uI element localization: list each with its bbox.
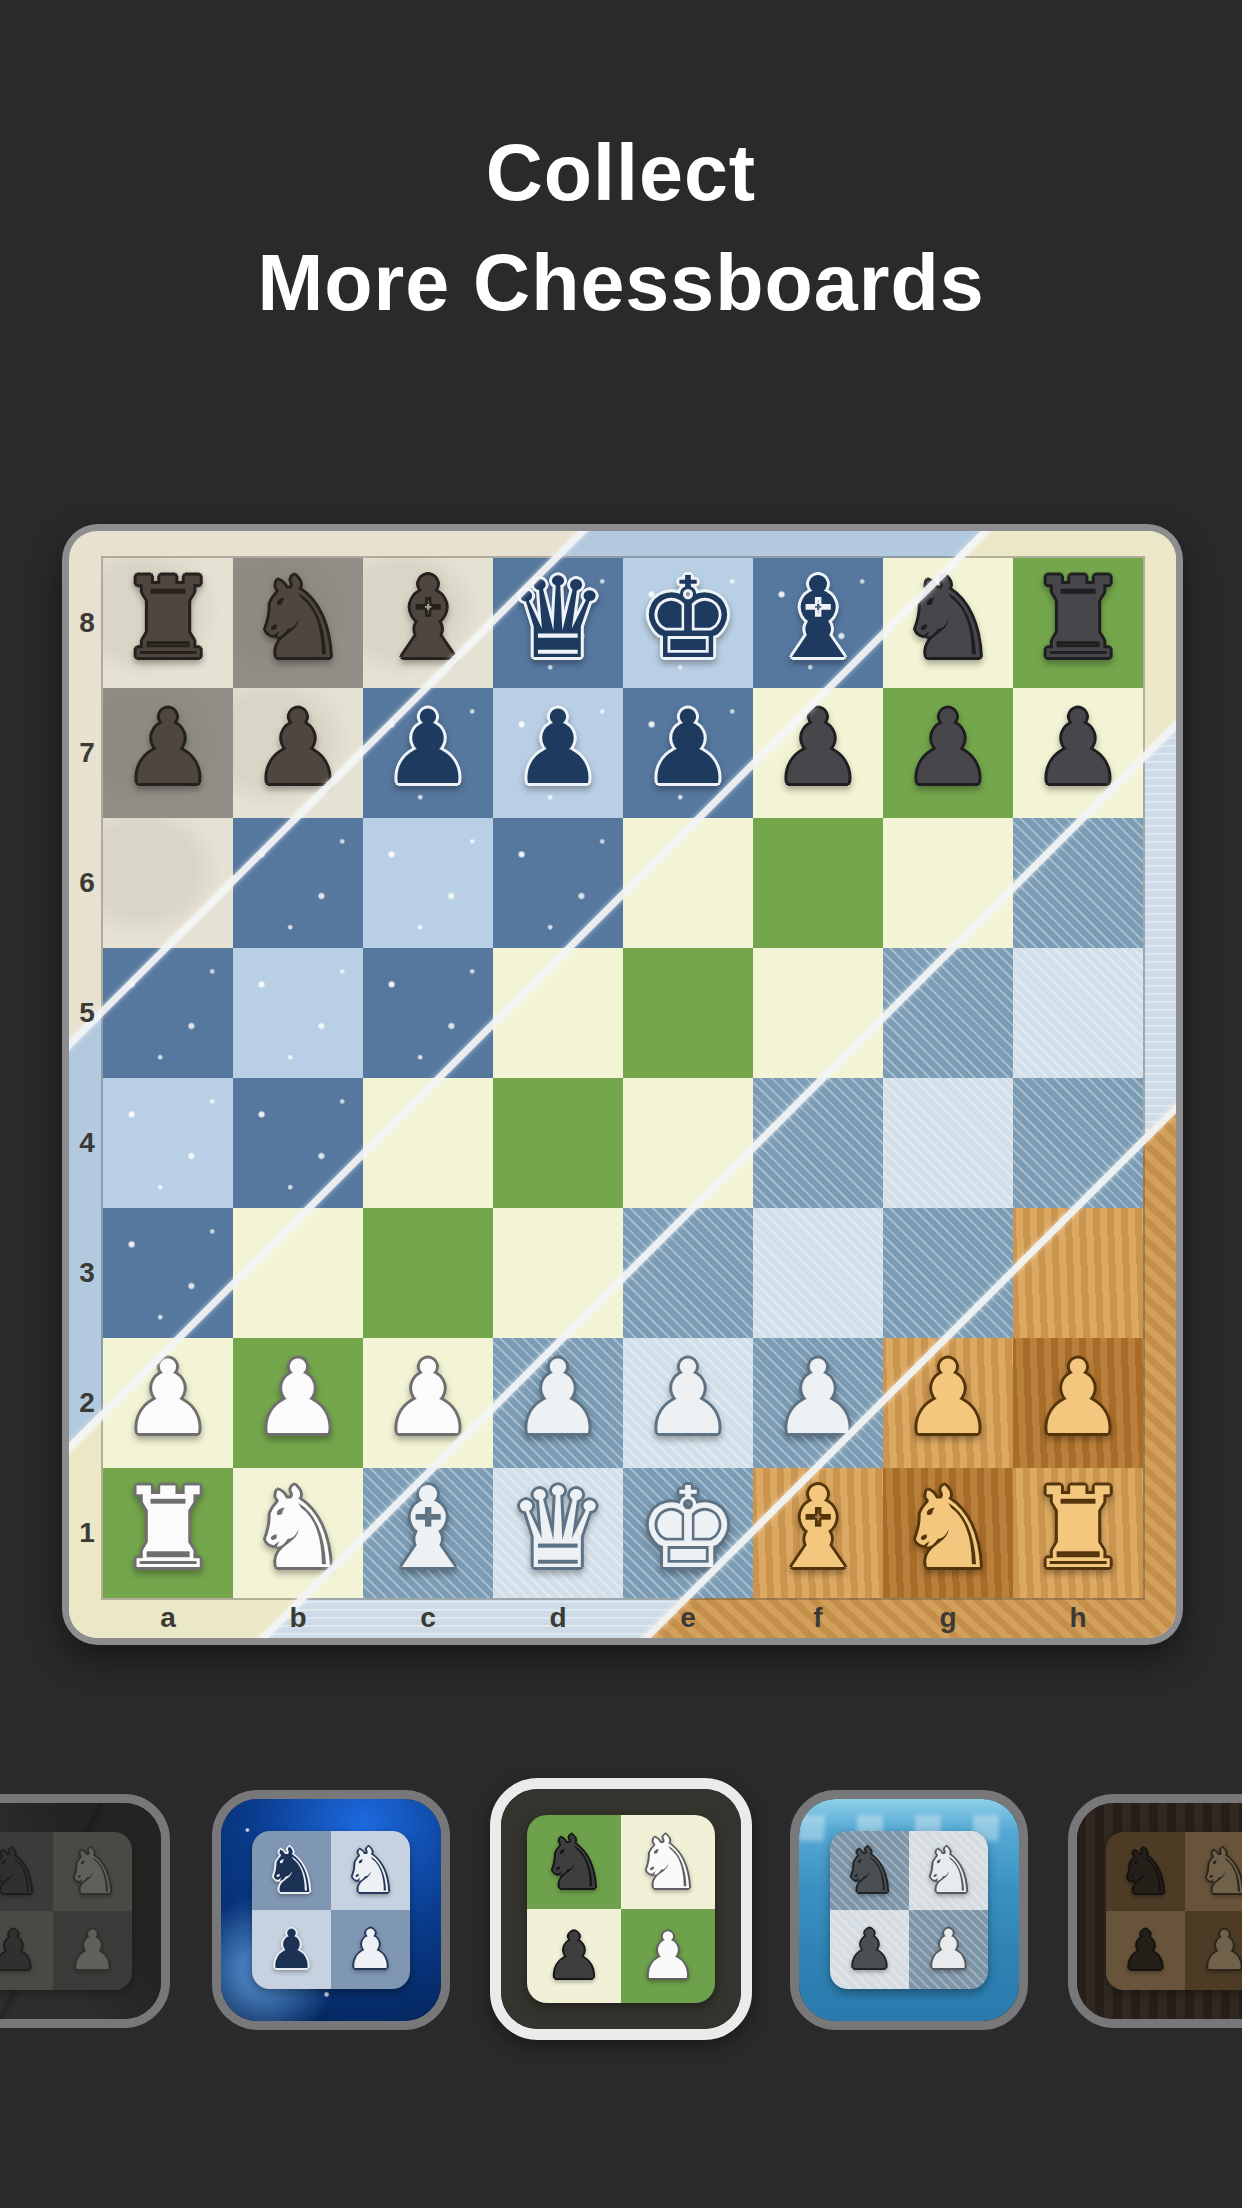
- mini-square-dark: ♞: [1106, 1832, 1185, 1911]
- square-g3: [883, 1208, 1013, 1338]
- square-h3: [1013, 1208, 1143, 1338]
- square-a8: ♜: [103, 558, 233, 688]
- mini-square-dark: ♟: [909, 1910, 988, 1989]
- square-e5: [623, 948, 753, 1078]
- mini-piece-black-pawn: ♟: [545, 1909, 602, 2003]
- square-h4: [1013, 1078, 1143, 1208]
- mini-piece-black-knight: ♞: [541, 1815, 607, 1909]
- mini-board-green: ♞♞♟♟: [527, 1815, 715, 2003]
- mini-square-light: ♞: [331, 1831, 410, 1910]
- square-a3: [103, 1208, 233, 1338]
- piece-black-pawn: ♟: [122, 683, 213, 813]
- square-d4: [493, 1078, 623, 1208]
- square-f4: [753, 1078, 883, 1208]
- mini-piece-black-knight: ♞: [842, 1831, 898, 1910]
- piece-white-pawn: ♟: [1032, 1333, 1123, 1463]
- mini-piece-black-pawn: ♟: [1121, 1911, 1169, 1990]
- theme-thumbnail-stone[interactable]: ♞♞♟♟: [0, 1794, 170, 2028]
- square-g2: ♟: [883, 1338, 1013, 1468]
- square-h7: ♟: [1013, 688, 1143, 818]
- piece-black-pawn: ♟: [382, 683, 473, 813]
- square-h5: [1013, 948, 1143, 1078]
- mini-piece-white-knight: ♞: [921, 1831, 977, 1910]
- mini-square-dark: ♞: [830, 1831, 909, 1910]
- square-c1: ♝: [363, 1468, 493, 1598]
- mini-square-dark: ♟: [53, 1911, 132, 1990]
- mini-square-dark: ♞: [527, 1815, 621, 1909]
- mini-square-light: ♞: [909, 1831, 988, 1910]
- file-label-b: b: [233, 1600, 363, 1636]
- mini-square-dark: ♟: [1185, 1911, 1242, 1990]
- rank-label-3: 3: [73, 1208, 101, 1338]
- chessboard: ♜♞♝♛♚♝♞♜♟♟♟♟♟♟♟♟♟♟♟♟♟♟♟♟♜♞♝♛♚♝♞♜ 8765432…: [69, 531, 1176, 1638]
- square-c8: ♝: [363, 558, 493, 688]
- mini-piece-white-pawn: ♟: [1200, 1911, 1242, 1990]
- page-title-line2: More Chessboards: [0, 228, 1242, 338]
- square-g6: [883, 818, 1013, 948]
- square-d2: ♟: [493, 1338, 623, 1468]
- piece-white-pawn: ♟: [772, 1333, 863, 1463]
- file-label-c: c: [363, 1600, 493, 1636]
- square-h8: ♜: [1013, 558, 1143, 688]
- square-g7: ♟: [883, 688, 1013, 818]
- square-a2: ♟: [103, 1338, 233, 1468]
- square-f1: ♝: [753, 1468, 883, 1598]
- mini-piece-white-knight: ♞: [1197, 1832, 1242, 1911]
- mini-piece-white-pawn: ♟: [68, 1911, 116, 1990]
- file-label-f: f: [753, 1600, 883, 1636]
- square-f3: [753, 1208, 883, 1338]
- mini-piece-white-knight: ♞: [635, 1815, 701, 1909]
- mini-square-light: ♟: [527, 1909, 621, 2003]
- mini-piece-white-pawn: ♟: [924, 1910, 972, 1989]
- file-label-h: h: [1013, 1600, 1143, 1636]
- rank-label-5: 5: [73, 948, 101, 1078]
- piece-white-pawn: ♟: [642, 1333, 733, 1463]
- piece-black-pawn: ♟: [902, 683, 993, 813]
- square-f2: ♟: [753, 1338, 883, 1468]
- square-d5: [493, 948, 623, 1078]
- piece-black-rook: ♜: [1028, 553, 1128, 683]
- square-e1: ♚: [623, 1468, 753, 1598]
- square-h6: [1013, 818, 1143, 948]
- square-b7: ♟: [233, 688, 363, 818]
- square-c2: ♟: [363, 1338, 493, 1468]
- square-e2: ♟: [623, 1338, 753, 1468]
- mini-piece-black-pawn: ♟: [0, 1911, 38, 1990]
- mini-square-dark: ♞: [0, 1832, 53, 1911]
- page-title: Collect More Chessboards: [0, 118, 1242, 338]
- chessboard-frame: ♜♞♝♛♚♝♞♜♟♟♟♟♟♟♟♟♟♟♟♟♟♟♟♟♜♞♝♛♚♝♞♜ 8765432…: [62, 524, 1183, 1645]
- rank-label-8: 8: [73, 558, 101, 688]
- board-grid: ♜♞♝♛♚♝♞♜♟♟♟♟♟♟♟♟♟♟♟♟♟♟♟♟♜♞♝♛♚♝♞♜: [103, 558, 1143, 1598]
- piece-white-king: ♚: [638, 1463, 738, 1593]
- theme-thumbnail-ocean[interactable]: ♞♞♟♟: [790, 1790, 1028, 2030]
- mini-board-stone: ♞♞♟♟: [0, 1832, 132, 1990]
- file-label-d: d: [493, 1600, 623, 1636]
- square-a1: ♜: [103, 1468, 233, 1598]
- mini-square-dark: ♞: [252, 1831, 331, 1910]
- square-d8: ♛: [493, 558, 623, 688]
- square-c4: [363, 1078, 493, 1208]
- square-g5: [883, 948, 1013, 1078]
- mini-square-light: ♟: [1106, 1911, 1185, 1990]
- piece-white-pawn: ♟: [512, 1333, 603, 1463]
- piece-black-knight: ♞: [248, 553, 348, 683]
- square-b8: ♞: [233, 558, 363, 688]
- theme-thumbnail-wood[interactable]: ♞♞♟♟: [1068, 1794, 1242, 2028]
- theme-thumbnail-green-selected[interactable]: ♞♞♟♟: [490, 1778, 752, 2040]
- square-b4: [233, 1078, 363, 1208]
- theme-thumbnail-galaxy[interactable]: ♞♞♟♟: [212, 1790, 450, 2030]
- mini-square-light: ♞: [53, 1832, 132, 1911]
- mini-board-wood: ♞♞♟♟: [1106, 1832, 1242, 1990]
- rank-label-4: 4: [73, 1078, 101, 1208]
- square-b2: ♟: [233, 1338, 363, 1468]
- mini-square-dark: ♟: [621, 1909, 715, 2003]
- rank-label-6: 6: [73, 818, 101, 948]
- piece-black-rook: ♜: [118, 553, 218, 683]
- mini-piece-black-pawn: ♟: [845, 1910, 893, 1989]
- mini-piece-white-knight: ♞: [65, 1832, 121, 1911]
- square-d1: ♛: [493, 1468, 623, 1598]
- square-f6: [753, 818, 883, 948]
- square-f5: [753, 948, 883, 1078]
- square-b5: [233, 948, 363, 1078]
- square-e4: [623, 1078, 753, 1208]
- file-label-a: a: [103, 1600, 233, 1636]
- mini-piece-black-pawn: ♟: [267, 1910, 315, 1989]
- piece-white-bishop: ♝: [378, 1463, 478, 1593]
- piece-black-queen: ♛: [508, 553, 608, 683]
- piece-black-king: ♚: [638, 553, 738, 683]
- square-b6: [233, 818, 363, 948]
- mini-piece-black-knight: ♞: [0, 1832, 41, 1911]
- square-f8: ♝: [753, 558, 883, 688]
- mini-square-dark: ♟: [331, 1910, 410, 1989]
- square-c6: [363, 818, 493, 948]
- square-g8: ♞: [883, 558, 1013, 688]
- piece-white-knight: ♞: [248, 1463, 348, 1593]
- piece-black-pawn: ♟: [512, 683, 603, 813]
- piece-white-knight: ♞: [898, 1463, 998, 1593]
- square-e8: ♚: [623, 558, 753, 688]
- square-c3: [363, 1208, 493, 1338]
- mini-square-light: ♞: [1185, 1832, 1242, 1911]
- piece-black-bishop: ♝: [378, 553, 478, 683]
- square-d6: [493, 818, 623, 948]
- piece-black-pawn: ♟: [252, 683, 343, 813]
- piece-white-pawn: ♟: [252, 1333, 343, 1463]
- wood-theme-background: [1077, 1803, 1242, 2019]
- collect-chessboards-screen: { "game": "chess", "screen_title": {"lin…: [0, 0, 1242, 2208]
- square-c7: ♟: [363, 688, 493, 818]
- mini-square-light: ♞: [621, 1815, 715, 1909]
- mini-board-ocean: ♞♞♟♟: [830, 1831, 988, 1989]
- file-label-e: e: [623, 1600, 753, 1636]
- square-b1: ♞: [233, 1468, 363, 1598]
- page-title-line1: Collect: [0, 118, 1242, 228]
- square-d3: [493, 1208, 623, 1338]
- square-d7: ♟: [493, 688, 623, 818]
- square-e3: [623, 1208, 753, 1338]
- stone-theme-background: [0, 1803, 161, 2019]
- mini-piece-black-knight: ♞: [264, 1831, 320, 1910]
- rank-label-1: 1: [73, 1468, 101, 1598]
- square-e6: [623, 818, 753, 948]
- square-a4: [103, 1078, 233, 1208]
- mini-square-light: ♟: [0, 1911, 53, 1990]
- square-g4: [883, 1078, 1013, 1208]
- square-a6: [103, 818, 233, 948]
- file-label-g: g: [883, 1600, 1013, 1636]
- square-a7: ♟: [103, 688, 233, 818]
- mini-piece-black-knight: ♞: [1118, 1832, 1174, 1911]
- piece-white-queen: ♛: [508, 1463, 608, 1593]
- square-g1: ♞: [883, 1468, 1013, 1598]
- mini-square-light: ♟: [252, 1910, 331, 1989]
- square-a5: [103, 948, 233, 1078]
- square-e7: ♟: [623, 688, 753, 818]
- square-c5: [363, 948, 493, 1078]
- mini-board-galaxy: ♞♞♟♟: [252, 1831, 410, 1989]
- piece-white-rook: ♜: [1028, 1463, 1128, 1593]
- piece-white-bishop: ♝: [768, 1463, 868, 1593]
- piece-white-rook: ♜: [118, 1463, 218, 1593]
- rank-label-2: 2: [73, 1338, 101, 1468]
- mini-piece-white-pawn: ♟: [346, 1910, 394, 1989]
- square-h1: ♜: [1013, 1468, 1143, 1598]
- mini-piece-white-pawn: ♟: [639, 1909, 696, 2003]
- square-b3: [233, 1208, 363, 1338]
- mini-square-light: ♟: [830, 1910, 909, 1989]
- square-f7: ♟: [753, 688, 883, 818]
- piece-white-pawn: ♟: [902, 1333, 993, 1463]
- mini-piece-white-knight: ♞: [343, 1831, 399, 1910]
- rank-label-7: 7: [73, 688, 101, 818]
- square-h2: ♟: [1013, 1338, 1143, 1468]
